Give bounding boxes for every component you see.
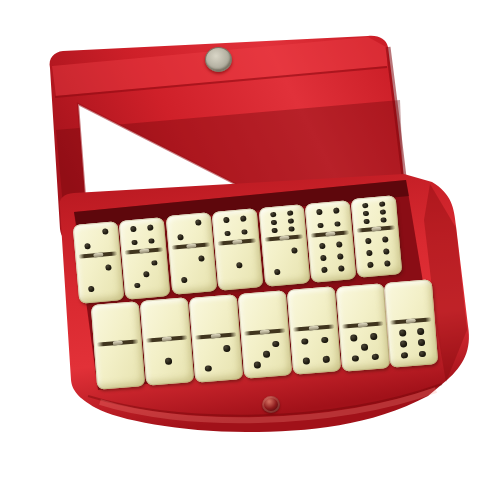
pip xyxy=(272,340,279,347)
tile-bottom-half xyxy=(243,334,289,376)
pip xyxy=(177,235,183,241)
tile-top-half xyxy=(289,289,335,327)
tile-top-half xyxy=(168,215,211,245)
tile-top-half xyxy=(240,293,286,331)
tile-bottom-half xyxy=(194,337,240,379)
pip xyxy=(400,329,407,336)
pip xyxy=(380,209,386,215)
front-stud-icon xyxy=(262,396,280,413)
pip xyxy=(364,219,370,225)
pip xyxy=(383,249,389,255)
pip xyxy=(336,241,342,247)
domino-tile-back-7 xyxy=(351,195,403,278)
pip xyxy=(149,237,155,243)
domino-tile-back-3 xyxy=(165,213,217,296)
pip xyxy=(274,269,280,275)
pip xyxy=(88,286,94,292)
pip xyxy=(102,229,108,235)
tile-bottom-half xyxy=(145,341,191,383)
pip xyxy=(351,354,358,361)
pip xyxy=(223,345,230,352)
pip xyxy=(271,227,277,233)
pip xyxy=(369,332,376,339)
pip xyxy=(224,230,230,236)
pip xyxy=(335,220,341,226)
divider-pin xyxy=(210,333,220,338)
tile-top-half xyxy=(261,207,304,237)
pip xyxy=(337,253,343,259)
pip xyxy=(204,364,211,371)
pip xyxy=(322,356,329,363)
pip xyxy=(236,262,242,268)
tile-bottom-half xyxy=(310,235,354,279)
pip xyxy=(148,224,154,230)
pip xyxy=(242,229,248,235)
tile-top-half xyxy=(338,285,384,323)
pip xyxy=(130,226,136,232)
pip xyxy=(131,239,137,245)
pip xyxy=(198,256,204,262)
tile-bottom-half xyxy=(264,239,308,283)
pip xyxy=(288,226,294,232)
pip xyxy=(350,334,357,341)
tile-top-half xyxy=(121,219,164,249)
pip xyxy=(286,210,292,216)
pip xyxy=(84,243,90,249)
pip xyxy=(134,282,140,288)
pip xyxy=(223,217,229,223)
pip xyxy=(368,262,374,268)
pip xyxy=(316,208,322,214)
pip xyxy=(401,351,408,358)
pip xyxy=(367,250,373,256)
domino-tile-front-2 xyxy=(140,298,195,387)
pip xyxy=(360,343,367,350)
domino-tile-front-5 xyxy=(286,286,341,375)
divider-pin xyxy=(113,341,123,346)
domino-tile-front-1 xyxy=(91,301,146,390)
tile-bottom-half xyxy=(356,230,400,274)
domino-tile-back-4 xyxy=(212,208,264,291)
tile-bottom-half xyxy=(78,256,122,300)
pip xyxy=(401,340,408,347)
domino-tile-back-6 xyxy=(305,200,357,283)
divider-pin xyxy=(406,319,416,324)
pip xyxy=(263,351,270,358)
pip xyxy=(271,219,277,225)
tile-top-half xyxy=(191,297,237,335)
tile-bottom-half xyxy=(390,322,436,364)
pip xyxy=(303,357,310,364)
pip xyxy=(181,277,187,283)
tile-top-half xyxy=(214,211,257,241)
pip xyxy=(321,254,327,260)
pip xyxy=(382,237,388,243)
domino-tile-front-6 xyxy=(335,283,390,372)
tile-bottom-half xyxy=(124,252,168,296)
pip xyxy=(363,203,369,209)
tile-bottom-half xyxy=(97,345,143,387)
divider-pin xyxy=(357,322,367,327)
domino-tile-front-4 xyxy=(237,290,292,379)
pip xyxy=(287,218,293,224)
domino-tile-front-3 xyxy=(189,294,244,383)
pip xyxy=(105,265,111,271)
tile-top-half xyxy=(75,224,118,254)
pip xyxy=(366,238,372,244)
pip xyxy=(270,212,276,218)
pip xyxy=(165,358,172,365)
pip xyxy=(418,339,425,346)
pip xyxy=(322,266,328,272)
pip xyxy=(317,222,323,228)
domino-tile-back-2 xyxy=(119,217,171,300)
snap-button-icon xyxy=(205,47,232,72)
pip xyxy=(419,350,426,357)
tile-bottom-half xyxy=(341,326,387,368)
pip xyxy=(241,215,247,221)
pip xyxy=(253,362,260,369)
pip xyxy=(152,259,158,265)
domino-case-photo xyxy=(0,0,500,478)
divider-pin xyxy=(259,330,269,335)
tile-bottom-half xyxy=(171,247,215,291)
pip xyxy=(291,247,297,253)
divider-pin xyxy=(325,231,335,236)
pip xyxy=(364,211,370,217)
pip xyxy=(379,202,385,208)
pip xyxy=(301,338,308,345)
pip xyxy=(195,220,201,226)
pip xyxy=(371,353,378,360)
pip xyxy=(320,337,327,344)
tile-bottom-half xyxy=(292,330,338,372)
domino-board xyxy=(0,0,500,478)
pip xyxy=(320,243,326,249)
tile-top-half xyxy=(142,300,188,338)
domino-tile-front-7 xyxy=(384,279,439,368)
pip xyxy=(417,328,424,335)
tile-bottom-half xyxy=(217,243,261,287)
pip xyxy=(380,217,386,223)
domino-tile-back-5 xyxy=(258,204,310,287)
tile-top-half xyxy=(353,198,396,228)
pip xyxy=(333,207,339,213)
tile-top-half xyxy=(387,282,433,320)
tile-top-half xyxy=(93,304,139,342)
pip xyxy=(384,261,390,267)
tile-top-half xyxy=(307,202,350,232)
pip xyxy=(338,265,344,271)
pip xyxy=(143,271,149,277)
domino-tile-back-1 xyxy=(73,221,125,304)
